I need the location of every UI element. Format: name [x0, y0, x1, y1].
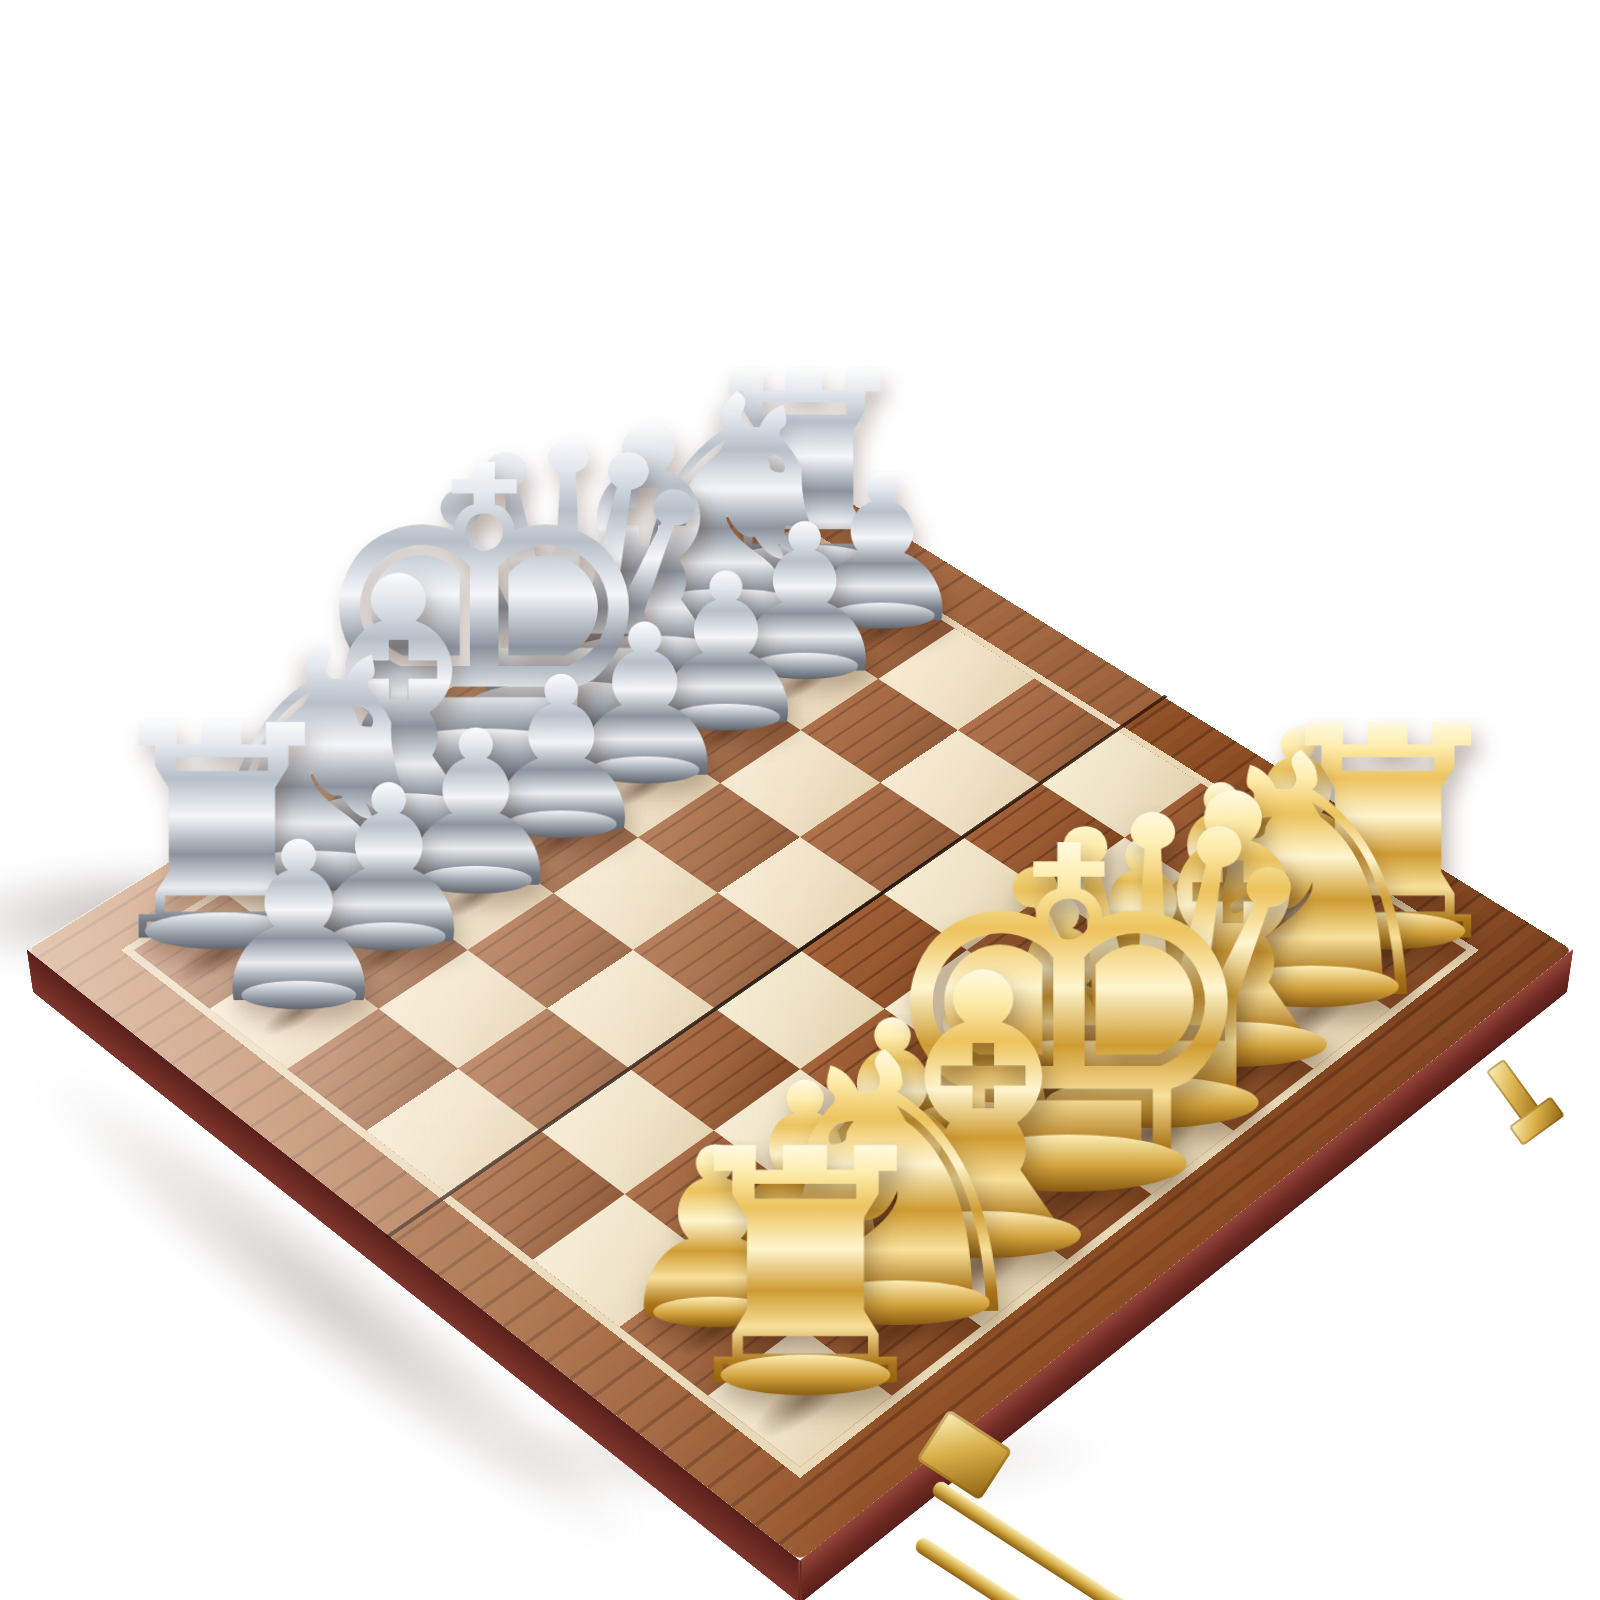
board-grid: ♜♞♝♚♛♝♞♜♟♟♟♟♟♟♟♟♟♟♟♟♟♟♟♟♜♞♝♚♛♝♞♜	[134, 531, 1466, 1467]
chessboard-3d-scene: ♜♞♝♚♛♝♞♜♟♟♟♟♟♟♟♟♟♟♟♟♟♟♟♟♜♞♝♚♛♝♞♜	[0, 0, 1600, 1600]
board-tilt-wrapper: ♜♞♝♚♛♝♞♜♟♟♟♟♟♟♟♟♟♟♟♟♟♟♟♟♜♞♝♚♛♝♞♜	[28, 472, 1572, 1561]
silver-pawn-piece[interactable]: ♟	[199, 835, 397, 1012]
maple-inlay-border: ♜♞♝♚♛♝♞♜♟♟♟♟♟♟♟♟♟♟♟♟♟♟♟♟♜♞♝♚♛♝♞♜	[121, 524, 1479, 1478]
chess-board-case: ♜♞♝♚♛♝♞♜♟♟♟♟♟♟♟♟♟♟♟♟♟♟♟♟♜♞♝♚♛♝♞♜	[28, 472, 1572, 1561]
gold-rook-piece[interactable]: ♜	[660, 1140, 951, 1400]
